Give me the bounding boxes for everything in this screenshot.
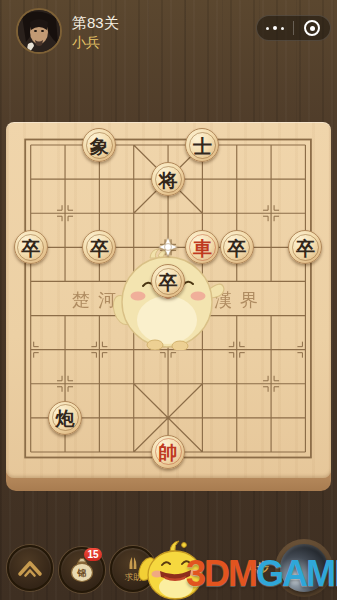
piece-red-general[interactable]: 帥 (151, 435, 185, 469)
help-button[interactable]: 求助 (110, 546, 156, 592)
xiangqi-app-screen: 第83关 小兵 楚河 漢界 象士将卒卒車卒卒卒炮帥 (0, 0, 337, 600)
avatar-portrait (18, 10, 60, 52)
bag-char: 锦 (77, 568, 87, 578)
watermark: 3DMGAME (186, 553, 337, 595)
piece-char: 卒 (227, 238, 246, 257)
watermark-3dm: 3DM (186, 553, 256, 594)
piece-black-pawn[interactable]: 卒 (14, 230, 48, 264)
miniprogram-capsule (256, 15, 331, 41)
close-icon[interactable] (294, 16, 330, 40)
river-label-right: 漢界 (214, 288, 266, 312)
level-title: 第83关 (72, 14, 119, 33)
more-icon[interactable] (257, 16, 293, 40)
piece-char: 卒 (159, 272, 178, 291)
piece-black-cannon[interactable]: 炮 (48, 401, 82, 435)
avatar (16, 8, 62, 54)
piece-black-general[interactable]: 将 (151, 162, 185, 196)
piece-char: 車 (193, 238, 212, 257)
piece-char: 炮 (56, 409, 75, 428)
expand-menu-button[interactable] (7, 545, 53, 591)
piece-char: 卒 (21, 238, 40, 257)
piece-char: 卒 (296, 238, 315, 257)
watermark-game: GAME (256, 553, 337, 594)
piece-char: 将 (159, 170, 178, 189)
piece-black-pawn[interactable]: 卒 (220, 230, 254, 264)
pray-hands-icon (123, 555, 143, 573)
help-label: 求助 (125, 572, 142, 584)
piece-char: 象 (90, 136, 109, 155)
hint-count-badge: 15 (84, 548, 102, 561)
piece-char: 卒 (90, 238, 109, 257)
chevron-up-icon (16, 557, 44, 579)
river-label-left: 楚河 (72, 288, 124, 312)
level-difficulty: 小兵 (72, 34, 100, 52)
piece-char: 士 (193, 136, 212, 155)
piece-char: 帥 (159, 443, 178, 462)
